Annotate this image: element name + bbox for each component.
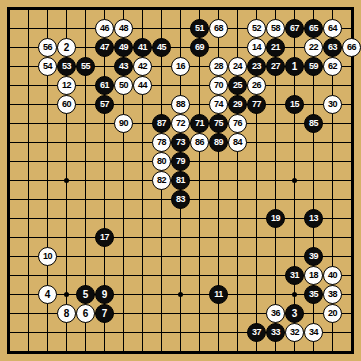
stones-grid: 1234567891011121314151617181920212223242… [0,0,361,361]
stone-14-white[interactable]: 14 [247,38,266,57]
stone-16-white[interactable]: 16 [171,57,190,76]
stone-27-black[interactable]: 27 [266,57,285,76]
stone-12-white[interactable]: 12 [57,76,76,95]
stone-31-black[interactable]: 31 [285,266,304,285]
stone-82-white[interactable]: 82 [152,171,171,190]
stone-54-white[interactable]: 54 [38,57,57,76]
stone-29-black[interactable]: 29 [228,95,247,114]
stone-18-white[interactable]: 18 [304,266,323,285]
stone-21-black[interactable]: 21 [266,38,285,57]
stone-51-black[interactable]: 51 [190,19,209,38]
stone-7-black[interactable]: 7 [95,304,114,323]
stone-75-black[interactable]: 75 [209,114,228,133]
stone-72-white[interactable]: 72 [171,114,190,133]
stone-24-white[interactable]: 24 [228,57,247,76]
stone-3-black[interactable]: 3 [285,304,304,323]
stone-60-white[interactable]: 60 [57,95,76,114]
stone-2-white[interactable]: 2 [57,38,76,57]
stone-53-black[interactable]: 53 [57,57,76,76]
stone-55-black[interactable]: 55 [76,57,95,76]
stone-17-black[interactable]: 17 [95,228,114,247]
stone-43-black[interactable]: 43 [114,57,133,76]
stone-73-black[interactable]: 73 [171,133,190,152]
stone-71-black[interactable]: 71 [190,114,209,133]
stone-49-black[interactable]: 49 [114,38,133,57]
stone-26-white[interactable]: 26 [247,76,266,95]
stone-84-white[interactable]: 84 [228,133,247,152]
stone-64-white[interactable]: 64 [323,19,342,38]
stone-78-white[interactable]: 78 [152,133,171,152]
stone-47-black[interactable]: 47 [95,38,114,57]
stone-89-black[interactable]: 89 [209,133,228,152]
stone-61-black[interactable]: 61 [95,76,114,95]
stone-45-black[interactable]: 45 [152,38,171,57]
stone-1-black[interactable]: 1 [285,57,304,76]
stone-5-black[interactable]: 5 [76,285,95,304]
stone-86-white[interactable]: 86 [190,133,209,152]
stone-50-white[interactable]: 50 [114,76,133,95]
stone-79-black[interactable]: 79 [171,152,190,171]
stone-6-white[interactable]: 6 [76,304,95,323]
stone-57-black[interactable]: 57 [95,95,114,114]
stone-35-black[interactable]: 35 [304,285,323,304]
stone-52-white[interactable]: 52 [247,19,266,38]
stone-69-black[interactable]: 69 [190,38,209,57]
stone-87-black[interactable]: 87 [152,114,171,133]
stone-34-white[interactable]: 34 [304,323,323,342]
stone-10-white[interactable]: 10 [38,247,57,266]
stone-20-white[interactable]: 20 [323,304,342,323]
stone-70-white[interactable]: 70 [209,76,228,95]
stone-66-white[interactable]: 66 [342,38,361,57]
stone-15-black[interactable]: 15 [285,95,304,114]
stone-74-white[interactable]: 74 [209,95,228,114]
stone-38-white[interactable]: 38 [323,285,342,304]
stone-90-white[interactable]: 90 [114,114,133,133]
stone-62-white[interactable]: 62 [323,57,342,76]
stone-9-black[interactable]: 9 [95,285,114,304]
stone-22-white[interactable]: 22 [304,38,323,57]
stone-40-white[interactable]: 40 [323,266,342,285]
stone-39-black[interactable]: 39 [304,247,323,266]
stone-41-black[interactable]: 41 [133,38,152,57]
stone-33-black[interactable]: 33 [266,323,285,342]
stone-11-black[interactable]: 11 [209,285,228,304]
stone-85-black[interactable]: 85 [304,114,323,133]
stone-80-white[interactable]: 80 [152,152,171,171]
stone-42-white[interactable]: 42 [133,57,152,76]
stone-28-white[interactable]: 28 [209,57,228,76]
stone-58-white[interactable]: 58 [266,19,285,38]
stone-68-white[interactable]: 68 [209,19,228,38]
stone-19-black[interactable]: 19 [266,209,285,228]
stone-32-white[interactable]: 32 [285,323,304,342]
stone-23-black[interactable]: 23 [247,57,266,76]
stone-48-white[interactable]: 48 [114,19,133,38]
stone-30-white[interactable]: 30 [323,95,342,114]
stone-56-white[interactable]: 56 [38,38,57,57]
stone-67-black[interactable]: 67 [285,19,304,38]
stone-46-white[interactable]: 46 [95,19,114,38]
stone-77-black[interactable]: 77 [247,95,266,114]
stone-83-black[interactable]: 83 [171,190,190,209]
stone-63-black[interactable]: 63 [323,38,342,57]
stone-4-white[interactable]: 4 [38,285,57,304]
go-board: 1234567891011121314151617181920212223242… [0,0,361,361]
stone-88-white[interactable]: 88 [171,95,190,114]
stone-8-white[interactable]: 8 [57,304,76,323]
stone-76-white[interactable]: 76 [228,114,247,133]
stone-59-black[interactable]: 59 [304,57,323,76]
stone-36-white[interactable]: 36 [266,304,285,323]
stone-13-black[interactable]: 13 [304,209,323,228]
stone-65-black[interactable]: 65 [304,19,323,38]
stone-44-white[interactable]: 44 [133,76,152,95]
stone-37-black[interactable]: 37 [247,323,266,342]
stone-25-black[interactable]: 25 [228,76,247,95]
stone-81-black[interactable]: 81 [171,171,190,190]
